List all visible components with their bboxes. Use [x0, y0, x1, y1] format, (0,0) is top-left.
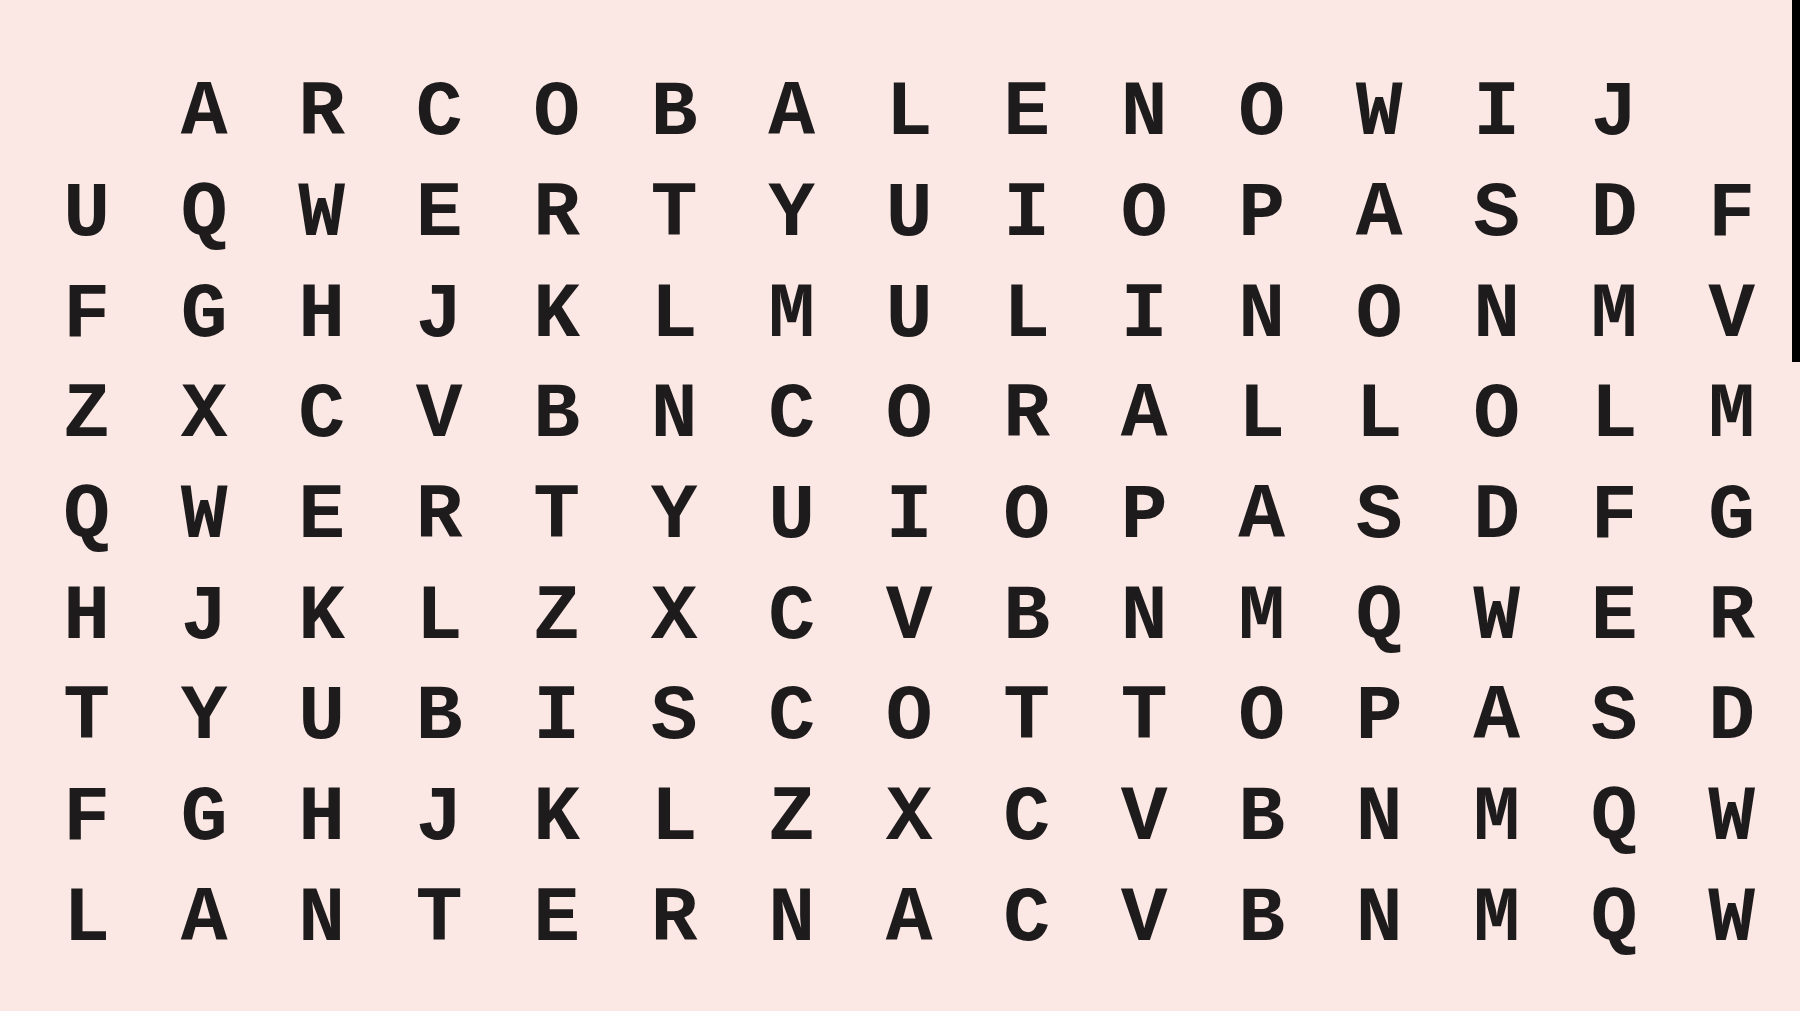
grid-cell[interactable]: E	[498, 869, 616, 970]
grid-cell[interactable]: S	[1438, 164, 1556, 265]
grid-cell[interactable]: E	[968, 63, 1086, 164]
word-search-screen: ARCOBALENOWIJUQWERTYUIOPASDFFGHJKLMULINO…	[0, 0, 1800, 1011]
grid-cell[interactable]: R	[381, 466, 499, 567]
empty-cell	[28, 63, 146, 164]
grid-cell[interactable]: L	[968, 264, 1086, 365]
grid-cell[interactable]: U	[851, 264, 969, 365]
grid-cell[interactable]: V	[1086, 869, 1204, 970]
grid-cell[interactable]: Z	[733, 768, 851, 869]
grid-cell[interactable]: B	[381, 667, 499, 768]
grid-cell[interactable]: R	[968, 365, 1086, 466]
grid-cell[interactable]: C	[968, 768, 1086, 869]
grid-cell[interactable]: E	[263, 466, 381, 567]
grid-cell[interactable]: P	[1086, 466, 1204, 567]
grid-cell[interactable]: T	[381, 869, 499, 970]
grid-cell[interactable]: J	[1556, 63, 1674, 164]
grid-cell[interactable]: W	[263, 164, 381, 265]
grid-cell[interactable]: K	[263, 566, 381, 667]
grid-cell[interactable]: K	[498, 768, 616, 869]
grid-cell[interactable]: N	[263, 869, 381, 970]
grid-cell[interactable]: O	[1321, 264, 1439, 365]
grid-cell[interactable]: P	[1203, 164, 1321, 265]
grid-cell[interactable]: H	[28, 566, 146, 667]
grid-cell[interactable]: L	[1556, 365, 1674, 466]
grid-cell[interactable]: Z	[498, 566, 616, 667]
grid-cell[interactable]: F	[1673, 164, 1791, 265]
grid-cell[interactable]: D	[1673, 667, 1791, 768]
grid-cell[interactable]: L	[616, 768, 734, 869]
grid-cell[interactable]: M	[1556, 264, 1674, 365]
grid-cell[interactable]: I	[1086, 264, 1204, 365]
word-search-board: ARCOBALENOWIJUQWERTYUIOPASDFFGHJKLMULINO…	[28, 63, 1791, 969]
grid-cell[interactable]: O	[851, 667, 969, 768]
grid-cell[interactable]: M	[1438, 869, 1556, 970]
grid-cell[interactable]: S	[1321, 466, 1439, 567]
grid-cell[interactable]: J	[381, 264, 499, 365]
grid-cell[interactable]: T	[616, 164, 734, 265]
grid-cell[interactable]: T	[28, 667, 146, 768]
grid-cell[interactable]: X	[851, 768, 969, 869]
grid-cell[interactable]: Y	[146, 667, 264, 768]
grid-cell[interactable]: C	[733, 667, 851, 768]
grid-cell[interactable]: K	[498, 264, 616, 365]
grid-cell[interactable]: I	[851, 466, 969, 567]
grid-cell[interactable]: H	[263, 264, 381, 365]
grid-cell[interactable]: Q	[28, 466, 146, 567]
grid-cell[interactable]: I	[968, 164, 1086, 265]
grid-cell[interactable]: R	[616, 869, 734, 970]
grid-cell[interactable]: N	[1321, 869, 1439, 970]
grid-cell[interactable]: O	[1203, 667, 1321, 768]
grid-cell[interactable]: T	[498, 466, 616, 567]
grid-cell[interactable]: C	[263, 365, 381, 466]
grid-cell[interactable]: R	[263, 63, 381, 164]
grid-cell[interactable]: L	[28, 869, 146, 970]
grid-cell[interactable]: H	[263, 768, 381, 869]
grid-cell[interactable]: O	[1086, 164, 1204, 265]
grid-cell[interactable]: F	[28, 264, 146, 365]
grid-cell[interactable]: I	[1438, 63, 1556, 164]
grid-cell[interactable]: U	[263, 667, 381, 768]
grid-cell[interactable]: S	[1556, 667, 1674, 768]
screen-right-edge-bar	[1792, 0, 1800, 362]
grid-cell[interactable]: Y	[733, 164, 851, 265]
grid-cell[interactable]: W	[146, 466, 264, 567]
grid-cell[interactable]: D	[1438, 466, 1556, 567]
grid-cell[interactable]: A	[1438, 667, 1556, 768]
grid-cell[interactable]: N	[616, 365, 734, 466]
grid-cell[interactable]: Q	[146, 164, 264, 265]
grid-cell[interactable]: U	[851, 164, 969, 265]
grid-cell[interactable]: L	[616, 264, 734, 365]
grid-cell[interactable]: Q	[1321, 566, 1439, 667]
grid-cell[interactable]: J	[381, 768, 499, 869]
grid-cell[interactable]: P	[1321, 667, 1439, 768]
grid-cell[interactable]: O	[968, 466, 1086, 567]
grid-cell[interactable]: G	[1673, 466, 1791, 567]
grid-cell[interactable]: N	[1438, 264, 1556, 365]
grid-cell[interactable]: G	[146, 264, 264, 365]
grid-cell[interactable]: M	[1438, 768, 1556, 869]
grid-cell[interactable]: A	[1086, 365, 1204, 466]
grid-cell[interactable]: E	[1556, 566, 1674, 667]
grid-cell[interactable]: M	[1203, 566, 1321, 667]
grid-cell[interactable]: W	[1673, 768, 1791, 869]
grid-cell[interactable]: L	[1203, 365, 1321, 466]
grid-cell[interactable]: A	[851, 869, 969, 970]
grid-cell[interactable]: W	[1438, 566, 1556, 667]
grid-cell[interactable]: T	[968, 667, 1086, 768]
grid-cell[interactable]: N	[1203, 264, 1321, 365]
grid-cell[interactable]: U	[733, 466, 851, 567]
grid-cell[interactable]: U	[28, 164, 146, 265]
grid-cell[interactable]: S	[616, 667, 734, 768]
grid-cell[interactable]: L	[1321, 365, 1439, 466]
grid-cell[interactable]: B	[616, 63, 734, 164]
grid-cell[interactable]: A	[1203, 466, 1321, 567]
grid-cell[interactable]: Q	[1556, 768, 1674, 869]
grid-cell[interactable]: T	[1086, 667, 1204, 768]
grid-cell[interactable]: M	[1673, 365, 1791, 466]
grid-cell[interactable]: N	[1321, 768, 1439, 869]
grid-cell[interactable]: N	[1086, 566, 1204, 667]
grid-cell[interactable]: M	[733, 264, 851, 365]
grid-cell[interactable]: V	[1086, 768, 1204, 869]
grid-cell[interactable]: V	[851, 566, 969, 667]
grid-cell[interactable]: L	[851, 63, 969, 164]
grid-cell[interactable]: N	[733, 869, 851, 970]
grid-cell[interactable]: A	[1321, 164, 1439, 265]
grid-cell[interactable]: B	[968, 566, 1086, 667]
grid-cell[interactable]: D	[1556, 164, 1674, 265]
grid-cell[interactable]: C	[733, 566, 851, 667]
grid-cell[interactable]: V	[1673, 264, 1791, 365]
grid-cell[interactable]: C	[733, 365, 851, 466]
grid-cell[interactable]: W	[1673, 869, 1791, 970]
grid-cell[interactable]: W	[1321, 63, 1439, 164]
grid-cell[interactable]: Q	[1556, 869, 1674, 970]
grid-cell[interactable]: G	[146, 768, 264, 869]
grid-cell[interactable]: A	[146, 869, 264, 970]
grid-cell[interactable]: B	[1203, 869, 1321, 970]
grid-cell[interactable]: X	[616, 566, 734, 667]
grid-cell[interactable]: B	[498, 365, 616, 466]
grid-cell[interactable]: N	[1086, 63, 1204, 164]
grid-cell[interactable]: E	[381, 164, 499, 265]
grid-cell[interactable]: J	[146, 566, 264, 667]
grid-cell[interactable]: F	[1556, 466, 1674, 567]
grid-cell[interactable]: F	[28, 768, 146, 869]
grid-cell[interactable]: A	[146, 63, 264, 164]
grid-cell[interactable]: R	[498, 164, 616, 265]
grid-cell[interactable]: O	[1203, 63, 1321, 164]
empty-cell	[1673, 63, 1791, 164]
grid-cell[interactable]: O	[851, 365, 969, 466]
grid-cell[interactable]: C	[968, 869, 1086, 970]
grid-cell[interactable]: X	[146, 365, 264, 466]
grid-cell[interactable]: C	[381, 63, 499, 164]
grid-cell[interactable]: L	[381, 566, 499, 667]
grid-cell[interactable]: I	[498, 667, 616, 768]
grid-cell[interactable]: R	[1673, 566, 1791, 667]
grid-cell[interactable]: O	[1438, 365, 1556, 466]
grid-cell[interactable]: O	[498, 63, 616, 164]
grid-cell[interactable]: Z	[28, 365, 146, 466]
grid-cell[interactable]: B	[1203, 768, 1321, 869]
grid-cell[interactable]: Y	[616, 466, 734, 567]
grid-cell[interactable]: A	[733, 63, 851, 164]
grid-cell[interactable]: V	[381, 365, 499, 466]
